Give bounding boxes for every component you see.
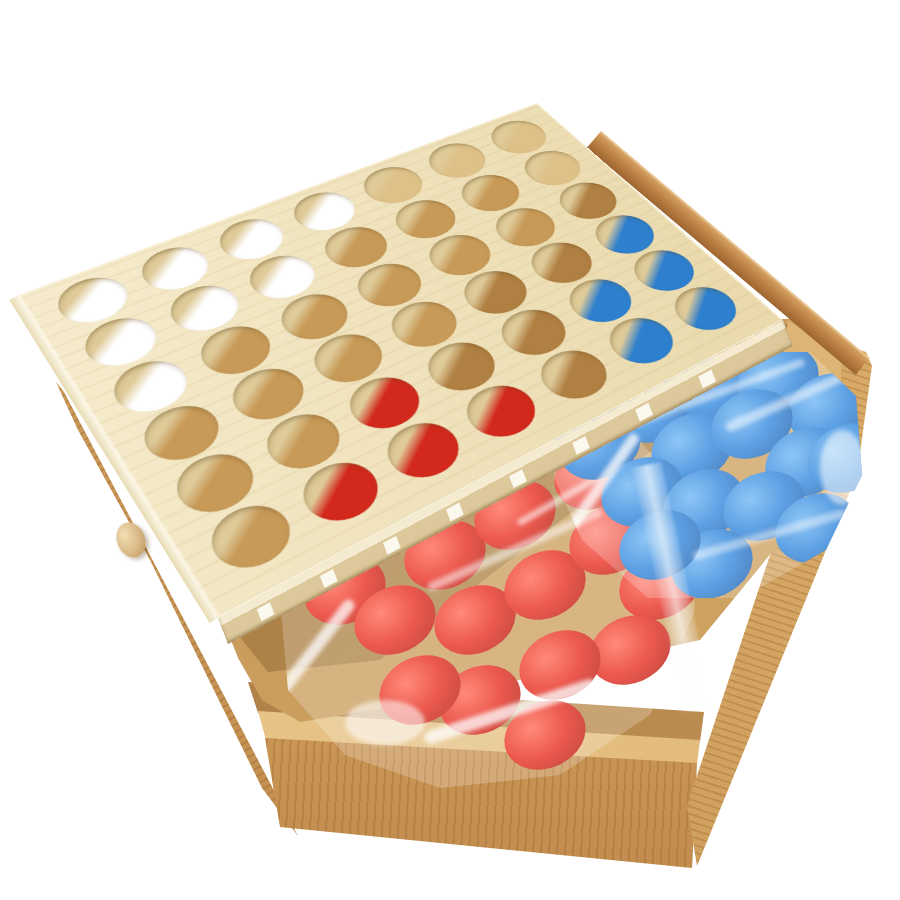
slat-end xyxy=(635,403,653,422)
plastic-streak xyxy=(345,700,425,745)
slat-end xyxy=(698,369,716,388)
slat-end xyxy=(383,536,401,555)
product-photo-connect-four-set xyxy=(0,0,900,900)
box-knob xyxy=(111,518,150,562)
plastic-streak xyxy=(820,430,865,505)
slat-end xyxy=(446,503,464,522)
slat-end xyxy=(320,569,338,588)
slat-end xyxy=(257,602,275,621)
slat-end xyxy=(572,436,590,455)
slat-end xyxy=(509,469,527,488)
